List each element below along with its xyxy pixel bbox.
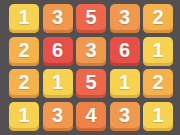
- tile-r4c3-value-4[interactable]: 4: [76, 102, 106, 131]
- tile-r1c5-value-2[interactable]: 2: [143, 4, 173, 33]
- tile-r2c1-value-2[interactable]: 2: [9, 37, 39, 66]
- tile-r2c2-value-6[interactable]: 6: [43, 37, 73, 66]
- tile-r2c3-value-3[interactable]: 3: [76, 37, 106, 66]
- tile-r3c2-value-1[interactable]: 1: [43, 69, 73, 98]
- tile-r3c3-value-5[interactable]: 5: [76, 69, 106, 98]
- game-background: 13532263612151213431: [0, 0, 180, 135]
- tile-r3c1-value-2[interactable]: 2: [9, 69, 39, 98]
- tile-r2c5-value-1[interactable]: 1: [143, 37, 173, 66]
- tile-r4c2-value-3[interactable]: 3: [43, 102, 73, 131]
- tile-r1c1-value-1[interactable]: 1: [9, 4, 39, 33]
- tile-r4c5-value-1[interactable]: 1: [143, 102, 173, 131]
- tile-r2c4-value-6[interactable]: 6: [110, 37, 140, 66]
- tile-r1c2-value-3[interactable]: 3: [43, 4, 73, 33]
- tile-r3c4-value-1[interactable]: 1: [110, 69, 140, 98]
- tile-r1c3-value-5[interactable]: 5: [76, 4, 106, 33]
- tile-r3c5-value-2[interactable]: 2: [143, 69, 173, 98]
- tile-r4c1-value-1[interactable]: 1: [9, 102, 39, 131]
- board: 13532263612151213431: [9, 4, 173, 131]
- tile-r4c4-value-3[interactable]: 3: [110, 102, 140, 131]
- tile-r1c4-value-3[interactable]: 3: [110, 4, 140, 33]
